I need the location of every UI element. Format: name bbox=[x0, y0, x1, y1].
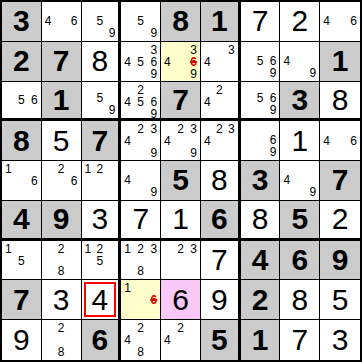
cell-r5c8[interactable]: 49 bbox=[280, 161, 320, 201]
pencil-marks: 28 bbox=[45, 243, 78, 278]
cell-r4c6[interactable]: 234 bbox=[201, 121, 241, 161]
cell-r6c5[interactable]: 1 bbox=[161, 201, 201, 241]
cell-r1c5[interactable]: 8 bbox=[161, 2, 201, 42]
digit-entered: 7 bbox=[132, 204, 149, 234]
pencil-mark-4: 4 bbox=[323, 15, 334, 27]
digit-given: 7 bbox=[13, 285, 30, 315]
pencil-mark-4: 4 bbox=[124, 96, 135, 108]
pencil-mark-3: 3 bbox=[186, 123, 197, 135]
pencil-mark-2: 2 bbox=[56, 243, 67, 255]
pencil-mark-6: 6 bbox=[27, 94, 38, 106]
cell-r8c6[interactable]: 9 bbox=[201, 280, 241, 320]
digit-entered: 3 bbox=[92, 204, 109, 234]
pencil-mark-2: 2 bbox=[56, 163, 67, 175]
pencil-mark-4: 4 bbox=[164, 56, 175, 68]
digit-given: 3 bbox=[291, 85, 308, 115]
cell-r3c1[interactable]: 56 bbox=[2, 82, 42, 122]
cell-r8c7[interactable]: 2 bbox=[241, 280, 281, 320]
pencil-marks: 16 bbox=[5, 163, 38, 198]
pencil-mark-4: 4 bbox=[124, 174, 135, 186]
digit-given: 6 bbox=[211, 204, 228, 234]
pencil-marks: 248 bbox=[124, 322, 157, 358]
cell-r7c7[interactable]: 4 bbox=[241, 241, 281, 281]
cell-r1c3[interactable]: 59 bbox=[82, 2, 122, 42]
pencil-marks: 46 bbox=[45, 4, 78, 39]
cell-r3c5[interactable]: 7 bbox=[161, 82, 201, 122]
pencil-mark-8: 8 bbox=[56, 346, 67, 358]
pencil-marks: 24569 bbox=[124, 84, 157, 117]
pencil-mark-2: 2 bbox=[95, 163, 105, 175]
pencil-mark-6: 6 bbox=[146, 56, 157, 68]
cell-r2c2[interactable]: 7 bbox=[42, 42, 82, 82]
pencil-mark-4: 4 bbox=[124, 135, 135, 147]
digit-entered: 8 bbox=[252, 204, 269, 234]
sudoku-board: 3465959817246278345693469345694915615924… bbox=[0, 0, 362, 362]
digit-entered: 9 bbox=[211, 285, 228, 315]
cell-r8c9[interactable]: 5 bbox=[320, 280, 360, 320]
cell-r3c2[interactable]: 1 bbox=[42, 82, 82, 122]
pencil-marks: 59 bbox=[85, 84, 116, 117]
pencil-marks: 2349 bbox=[164, 123, 197, 158]
pencil-marks: 59 bbox=[124, 4, 157, 39]
pencil-mark-1: 1 bbox=[85, 243, 95, 255]
cell-r4c9[interactable]: 46 bbox=[320, 121, 360, 161]
pencil-mark-2: 2 bbox=[135, 84, 146, 96]
pencil-mark-9: 9 bbox=[305, 186, 316, 198]
pencil-mark-4: 4 bbox=[45, 15, 56, 27]
pencil-mark-4: 4 bbox=[323, 135, 334, 147]
digit-given: 1 bbox=[332, 46, 349, 76]
pencil-mark-6: 6 bbox=[346, 15, 357, 27]
digit-given: 2 bbox=[252, 285, 269, 315]
pencil-marks: 46 bbox=[323, 4, 357, 39]
digit-given: 7 bbox=[172, 85, 189, 115]
pencil-marks: 56 bbox=[5, 84, 38, 117]
cell-r7c5[interactable]: 23 bbox=[161, 241, 201, 281]
pencil-mark-2: 2 bbox=[175, 123, 186, 135]
pencil-mark-2: 2 bbox=[214, 123, 224, 135]
pencil-mark-6: 6 bbox=[67, 175, 78, 187]
pencil-mark-4: 4 bbox=[204, 56, 214, 68]
cell-r1c6[interactable]: 1 bbox=[201, 2, 241, 42]
cell-r6c3[interactable]: 3 bbox=[82, 201, 122, 241]
cell-r2c9[interactable]: 1 bbox=[320, 42, 360, 82]
cell-r6c8[interactable]: 5 bbox=[280, 201, 320, 241]
cell-r5c3[interactable]: 12 bbox=[82, 161, 122, 201]
digit-given: 6 bbox=[92, 325, 109, 355]
pencil-marks: 569 bbox=[244, 84, 277, 117]
cell-r3c9[interactable]: 8 bbox=[320, 82, 360, 122]
digit-entered: 7 bbox=[252, 6, 269, 36]
digit-entered: 8 bbox=[332, 85, 349, 115]
digit-given: 9 bbox=[53, 204, 70, 234]
digit-entered: 7 bbox=[211, 245, 228, 275]
digit-given: 3 bbox=[252, 165, 269, 195]
cell-r9c2[interactable]: 28 bbox=[42, 320, 82, 360]
digit-given: 8 bbox=[172, 6, 189, 36]
pencil-marks: 15 bbox=[5, 243, 38, 278]
pencil-marks: 59 bbox=[85, 4, 116, 39]
digit-entered: 3 bbox=[53, 285, 70, 315]
pencil-mark-2: 2 bbox=[95, 243, 105, 255]
cell-r9c7[interactable]: 1 bbox=[241, 320, 281, 360]
digit-given: 1 bbox=[53, 85, 70, 115]
pencil-mark-5: 5 bbox=[135, 15, 146, 27]
pencil-marks: 2349 bbox=[124, 123, 157, 158]
cell-r4c5[interactable]: 2349 bbox=[161, 121, 201, 161]
pencil-mark-1: 1 bbox=[124, 282, 135, 294]
cell-r6c2[interactable]: 9 bbox=[42, 201, 82, 241]
pencil-mark-3: 3 bbox=[146, 243, 157, 255]
digit-entered: 2 bbox=[332, 204, 349, 234]
pencil-mark-4: 4 bbox=[283, 55, 294, 67]
struck-candidate-6: 6 bbox=[146, 294, 157, 306]
pencil-mark-8: 8 bbox=[135, 346, 146, 358]
pencil-mark-4: 4 bbox=[164, 334, 175, 346]
pencil-mark-3: 3 bbox=[186, 44, 197, 56]
pencil-marks: 24 bbox=[164, 322, 197, 358]
digit-given: 3 bbox=[13, 6, 30, 36]
pencil-mark-8: 8 bbox=[56, 265, 67, 277]
pencil-mark-4: 4 bbox=[124, 56, 135, 68]
pencil-marks: 125 bbox=[85, 243, 116, 278]
cell-r5c2[interactable]: 26 bbox=[42, 161, 82, 201]
pencil-mark-6: 6 bbox=[27, 175, 38, 187]
digit-given: 4 bbox=[252, 245, 269, 275]
cell-r5c5[interactable]: 5 bbox=[161, 161, 201, 201]
pencil-mark-5: 5 bbox=[135, 96, 146, 108]
pencil-marks: 1238 bbox=[124, 243, 157, 278]
pencil-mark-9: 9 bbox=[146, 68, 157, 80]
pencil-mark-5: 5 bbox=[16, 255, 27, 267]
cell-r7c2[interactable]: 28 bbox=[42, 241, 82, 281]
pencil-mark-5: 5 bbox=[255, 92, 266, 104]
cell-r4c2[interactable]: 5 bbox=[42, 121, 82, 161]
cell-r4c1[interactable]: 8 bbox=[2, 121, 42, 161]
digit-given: 5 bbox=[172, 165, 189, 195]
digit-entered: 9 bbox=[13, 325, 30, 355]
cell-r5c9[interactable]: 7 bbox=[320, 161, 360, 201]
pencil-mark-6: 6 bbox=[266, 55, 277, 67]
struck-candidate-6: 6 bbox=[186, 56, 197, 68]
pencil-mark-4: 4 bbox=[204, 96, 214, 108]
cell-r4c3[interactable]: 7 bbox=[82, 121, 122, 161]
cell-r1c2[interactable]: 46 bbox=[42, 2, 82, 42]
pencil-marks: 234 bbox=[204, 123, 235, 158]
cell-r3c6[interactable]: 24 bbox=[201, 82, 241, 122]
pencil-mark-8: 8 bbox=[135, 265, 146, 277]
cell-r7c4[interactable]: 1238 bbox=[121, 241, 161, 281]
digit-given: 9 bbox=[332, 245, 349, 275]
cell-r9c1[interactable]: 9 bbox=[2, 320, 42, 360]
digit-entered: 2 bbox=[291, 6, 308, 36]
cell-r7c3[interactable]: 125 bbox=[82, 241, 122, 281]
cell-r3c7[interactable]: 569 bbox=[241, 82, 281, 122]
digit-given: 7 bbox=[332, 165, 349, 195]
pencil-mark-2: 2 bbox=[175, 243, 186, 255]
cell-r9c3[interactable]: 6 bbox=[82, 320, 122, 360]
pencil-mark-3: 3 bbox=[146, 123, 157, 135]
cell-r5c4[interactable]: 49 bbox=[121, 161, 161, 201]
digit-given: 7 bbox=[53, 46, 70, 76]
pencil-mark-9: 9 bbox=[266, 104, 277, 116]
pencil-mark-1: 1 bbox=[5, 243, 16, 255]
pencil-mark-3: 3 bbox=[224, 123, 234, 135]
digit-given: 5 bbox=[291, 204, 308, 234]
pencil-mark-9: 9 bbox=[305, 67, 316, 79]
pencil-mark-5: 5 bbox=[135, 56, 146, 68]
pencil-mark-1: 1 bbox=[124, 243, 135, 255]
cell-r2c6[interactable]: 34 bbox=[201, 42, 241, 82]
pencil-mark-4: 4 bbox=[283, 174, 294, 186]
digit-given: 7 bbox=[92, 126, 109, 156]
cell-r3c8[interactable]: 3 bbox=[280, 82, 320, 122]
pencil-mark-4: 4 bbox=[204, 135, 214, 147]
pencil-marks: 34 bbox=[204, 44, 235, 79]
pencil-mark-9: 9 bbox=[186, 147, 197, 159]
digit-entered: 8 bbox=[211, 165, 228, 195]
cell-r1c4[interactable]: 59 bbox=[121, 2, 161, 42]
cell-r6c1[interactable]: 4 bbox=[2, 201, 42, 241]
cell-r4c8[interactable]: 1 bbox=[280, 121, 320, 161]
cell-r1c1[interactable]: 3 bbox=[2, 2, 42, 42]
cell-r8c5[interactable]: 6 bbox=[161, 280, 201, 320]
pencil-mark-9: 9 bbox=[105, 27, 115, 39]
digit-given: 1 bbox=[211, 6, 228, 36]
digit-entered: 4 bbox=[92, 285, 109, 315]
pencil-mark-2: 2 bbox=[56, 322, 67, 334]
digit-given: 5 bbox=[211, 325, 228, 355]
cell-r8c3[interactable]: 4 bbox=[82, 280, 122, 320]
pencil-mark-2: 2 bbox=[214, 84, 224, 96]
pencil-mark-1: 1 bbox=[5, 163, 16, 175]
pencil-mark-6: 6 bbox=[146, 96, 157, 108]
cell-r5c6[interactable]: 8 bbox=[201, 161, 241, 201]
cell-r8c2[interactable]: 3 bbox=[42, 280, 82, 320]
pencil-marks: 12 bbox=[85, 163, 116, 198]
digit-entered: 6 bbox=[172, 285, 189, 315]
cell-r9c9[interactable]: 3 bbox=[320, 320, 360, 360]
digit-given: 4 bbox=[13, 204, 30, 234]
digit-given: 2 bbox=[13, 46, 30, 76]
pencil-mark-6: 6 bbox=[67, 15, 78, 27]
pencil-mark-2: 2 bbox=[135, 243, 146, 255]
cell-r2c3[interactable]: 8 bbox=[82, 42, 122, 82]
digit-entered: 5 bbox=[332, 285, 349, 315]
cell-r5c1[interactable]: 16 bbox=[2, 161, 42, 201]
digit-entered: 1 bbox=[291, 126, 308, 156]
cell-r9c5[interactable]: 24 bbox=[161, 320, 201, 360]
digit-entered: 8 bbox=[92, 46, 109, 76]
pencil-mark-6: 6 bbox=[346, 135, 357, 147]
cell-r7c9[interactable]: 9 bbox=[320, 241, 360, 281]
pencil-mark-5: 5 bbox=[255, 55, 266, 67]
cell-r7c8[interactable]: 6 bbox=[280, 241, 320, 281]
pencil-mark-9: 9 bbox=[186, 68, 197, 80]
cell-r4c7[interactable]: 69 bbox=[241, 121, 281, 161]
pencil-mark-2: 2 bbox=[135, 322, 146, 334]
cell-r6c7[interactable]: 8 bbox=[241, 201, 281, 241]
digit-entered: 1 bbox=[172, 204, 189, 234]
digit-entered: 8 bbox=[291, 285, 308, 315]
pencil-mark-5: 5 bbox=[95, 255, 105, 267]
cell-r9c4[interactable]: 248 bbox=[121, 320, 161, 360]
pencil-marks: 23 bbox=[164, 243, 197, 278]
pencil-marks: 28 bbox=[45, 322, 78, 358]
pencil-marks: 34569 bbox=[124, 44, 157, 79]
pencil-mark-9: 9 bbox=[146, 186, 157, 198]
cell-r3c3[interactable]: 59 bbox=[82, 82, 122, 122]
digit-entered: 7 bbox=[291, 325, 308, 355]
digit-entered: 5 bbox=[53, 126, 70, 156]
cell-r1c9[interactable]: 46 bbox=[320, 2, 360, 42]
pencil-mark-1: 1 bbox=[85, 163, 95, 175]
digit-given: 8 bbox=[13, 126, 30, 156]
cell-r6c4[interactable]: 7 bbox=[121, 201, 161, 241]
cell-r2c1[interactable]: 2 bbox=[2, 42, 42, 82]
pencil-mark-3: 3 bbox=[146, 44, 157, 56]
cell-r6c6[interactable]: 6 bbox=[201, 201, 241, 241]
pencil-marks: 3469 bbox=[164, 44, 197, 79]
cell-r9c6[interactable]: 5 bbox=[201, 320, 241, 360]
cell-r9c8[interactable]: 7 bbox=[280, 320, 320, 360]
cell-r2c7[interactable]: 569 bbox=[241, 42, 281, 82]
cell-r1c8[interactable]: 2 bbox=[280, 2, 320, 42]
pencil-marks: 569 bbox=[244, 44, 277, 79]
pencil-marks: 49 bbox=[283, 44, 316, 79]
pencil-mark-9: 9 bbox=[146, 108, 157, 120]
pencil-marks: 46 bbox=[323, 123, 357, 158]
pencil-marks: 49 bbox=[283, 163, 316, 198]
cell-r7c6[interactable]: 7 bbox=[201, 241, 241, 281]
pencil-mark-2: 2 bbox=[175, 322, 186, 334]
pencil-mark-9: 9 bbox=[266, 146, 277, 158]
pencil-mark-5: 5 bbox=[16, 94, 27, 106]
cell-r2c4[interactable]: 34569 bbox=[121, 42, 161, 82]
cell-r8c4[interactable]: 16 bbox=[121, 280, 161, 320]
cell-r3c4[interactable]: 24569 bbox=[121, 82, 161, 122]
pencil-mark-5: 5 bbox=[95, 15, 105, 27]
pencil-marks: 49 bbox=[124, 163, 157, 198]
cell-r7c1[interactable]: 15 bbox=[2, 241, 42, 281]
cell-r2c8[interactable]: 49 bbox=[280, 42, 320, 82]
pencil-marks: 24 bbox=[204, 84, 235, 117]
digit-given: 6 bbox=[291, 245, 308, 275]
cell-r4c4[interactable]: 2349 bbox=[121, 121, 161, 161]
pencil-mark-9: 9 bbox=[146, 147, 157, 159]
pencil-mark-9: 9 bbox=[266, 67, 277, 79]
pencil-mark-4: 4 bbox=[164, 135, 175, 147]
pencil-mark-3: 3 bbox=[186, 243, 197, 255]
pencil-mark-5: 5 bbox=[95, 92, 105, 104]
digit-entered: 3 bbox=[332, 325, 349, 355]
cell-r1c7[interactable]: 7 bbox=[241, 2, 281, 42]
pencil-marks: 16 bbox=[124, 282, 157, 317]
cell-r5c7[interactable]: 3 bbox=[241, 161, 281, 201]
cell-r8c8[interactable]: 8 bbox=[280, 280, 320, 320]
pencil-mark-9: 9 bbox=[105, 104, 115, 116]
pencil-marks: 69 bbox=[244, 123, 277, 158]
pencil-mark-3: 3 bbox=[224, 44, 234, 56]
pencil-mark-9: 9 bbox=[146, 27, 157, 39]
pencil-mark-2: 2 bbox=[135, 123, 146, 135]
cell-r2c5[interactable]: 3469 bbox=[161, 42, 201, 82]
cell-r6c9[interactable]: 2 bbox=[320, 201, 360, 241]
digit-given: 1 bbox=[252, 325, 269, 355]
cell-r8c1[interactable]: 7 bbox=[2, 280, 42, 320]
pencil-marks: 26 bbox=[45, 163, 78, 198]
pencil-mark-4: 4 bbox=[124, 334, 135, 346]
